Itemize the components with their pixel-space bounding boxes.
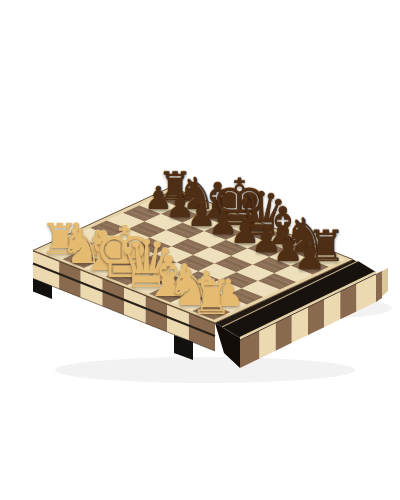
product-photo-scene: Wooden chess box set with walnut and map… <box>0 0 400 500</box>
drawer-end-stripe <box>376 271 382 302</box>
soft-shadow <box>55 357 355 383</box>
chess-box-illustration <box>0 0 400 500</box>
